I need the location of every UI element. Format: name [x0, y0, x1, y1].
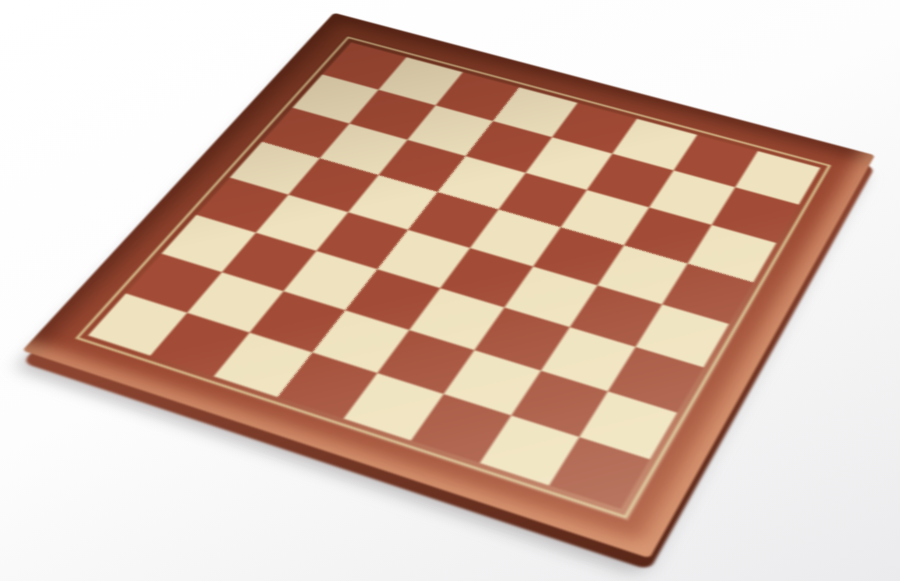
product-photo — [0, 0, 900, 581]
board-frame — [22, 13, 875, 559]
chessboard — [22, 13, 875, 559]
board-field — [88, 42, 820, 509]
